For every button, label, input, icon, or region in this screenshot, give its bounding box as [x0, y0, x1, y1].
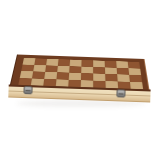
board-top-scene [4, 31, 157, 114]
left-clasp-icon [23, 86, 32, 94]
chess-box [4, 40, 156, 115]
right-clasp-icon [116, 89, 125, 97]
product-photo [0, 0, 160, 160]
